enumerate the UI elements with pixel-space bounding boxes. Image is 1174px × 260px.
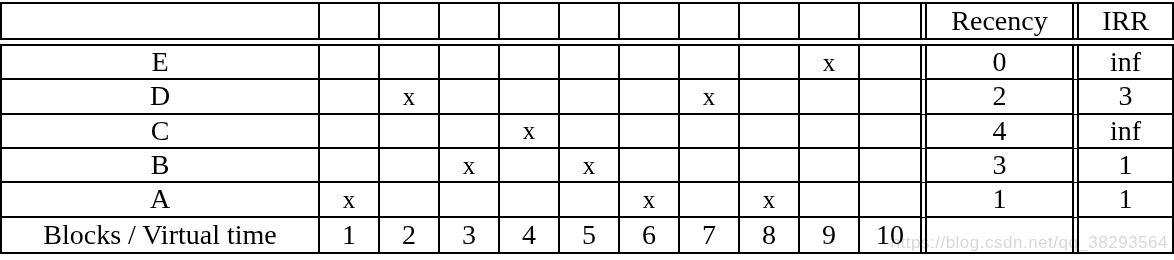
access-mark-B-t3: x — [463, 153, 476, 178]
axis-label-text: Blocks / Virtual time — [43, 221, 276, 249]
time-tick-5: 5 — [560, 218, 620, 252]
block-label-A: A — [2, 183, 320, 217]
header-time-cell-10 — [860, 4, 920, 38]
recency-value-D-text: 2 — [993, 82, 1007, 110]
irr-value-A-text: 1 — [1119, 185, 1133, 213]
recency-value-B: 3 — [920, 149, 1072, 183]
header-irr-cell: IRR — [1072, 4, 1172, 38]
irr-footer-cell — [1072, 218, 1172, 252]
irr-value-D: 3 — [1072, 80, 1172, 114]
cell-C-t3 — [440, 115, 500, 149]
header-time-cell-5 — [560, 4, 620, 38]
block-label-text-E: E — [151, 48, 168, 76]
time-tick-text-8: 8 — [762, 221, 776, 249]
block-label-text-D: D — [150, 82, 170, 110]
cell-B-t7 — [680, 149, 740, 183]
cell-A-t1-access: x — [320, 183, 380, 217]
cell-B-t2 — [380, 149, 440, 183]
header-time-cell-2 — [380, 4, 440, 38]
header-time-cell-8 — [740, 4, 800, 38]
time-tick-text-2: 2 — [402, 221, 416, 249]
irr-header-label: IRR — [1102, 7, 1149, 35]
header-time-cell-3 — [440, 4, 500, 38]
block-label-B: B — [2, 149, 320, 183]
header-strip: RecencyIRR — [0, 2, 1174, 40]
cell-A-t2 — [380, 183, 440, 217]
recency-footer-cell — [920, 218, 1072, 252]
block-label-text-B: B — [151, 151, 170, 179]
time-tick-text-1: 1 — [342, 221, 356, 249]
time-tick-10: 10 — [860, 218, 920, 252]
access-mark-D-t7: x — [703, 84, 716, 109]
cell-C-t10 — [860, 115, 920, 149]
header-time-cell-9 — [800, 4, 860, 38]
block-label-D: D — [2, 80, 320, 114]
recency-value-C: 4 — [920, 115, 1072, 149]
access-grid: Ex0infDxx23Cx4infBxx31Axxx11Blocks / Vir… — [0, 44, 1174, 254]
recency-header-label: Recency — [951, 7, 1047, 35]
access-mark-E-t9: x — [823, 50, 836, 75]
header-corner-cell — [2, 4, 320, 38]
block-access-figure: RecencyIRR Ex0infDxx23Cx4infBxx31Axxx11B… — [0, 0, 1174, 260]
time-tick-8: 8 — [740, 218, 800, 252]
cell-D-t4 — [500, 80, 560, 114]
time-tick-text-4: 4 — [522, 221, 536, 249]
cell-B-t10 — [860, 149, 920, 183]
cell-E-t9-access: x — [800, 46, 860, 80]
cell-E-t10 — [860, 46, 920, 80]
irr-value-C-text: inf — [1110, 117, 1141, 145]
time-tick-1: 1 — [320, 218, 380, 252]
cell-D-t7-access: x — [680, 80, 740, 114]
access-mark-D-t2: x — [403, 84, 416, 109]
header-time-cell-7 — [680, 4, 740, 38]
cell-E-t6 — [620, 46, 680, 80]
time-tick-text-10: 10 — [876, 221, 904, 249]
cell-C-t8 — [740, 115, 800, 149]
time-tick-text-9: 9 — [822, 221, 836, 249]
time-tick-3: 3 — [440, 218, 500, 252]
recency-value-E: 0 — [920, 46, 1072, 80]
cell-B-t6 — [620, 149, 680, 183]
axis-label-cell: Blocks / Virtual time — [2, 218, 320, 252]
cell-D-t2-access: x — [380, 80, 440, 114]
time-tick-text-6: 6 — [642, 221, 656, 249]
cell-B-t8 — [740, 149, 800, 183]
access-mark-A-t6: x — [643, 187, 656, 212]
block-label-E: E — [2, 46, 320, 80]
cell-C-t7 — [680, 115, 740, 149]
time-tick-6: 6 — [620, 218, 680, 252]
cell-C-t4-access: x — [500, 115, 560, 149]
cell-D-t5 — [560, 80, 620, 114]
recency-value-C-text: 4 — [993, 117, 1007, 145]
time-tick-text-5: 5 — [582, 221, 596, 249]
irr-value-E-text: inf — [1110, 48, 1141, 76]
cell-B-t4 — [500, 149, 560, 183]
recency-value-B-text: 3 — [993, 151, 1007, 179]
cell-E-t7 — [680, 46, 740, 80]
time-tick-2: 2 — [380, 218, 440, 252]
time-tick-text-3: 3 — [462, 221, 476, 249]
cell-D-t6 — [620, 80, 680, 114]
irr-value-B: 1 — [1072, 149, 1172, 183]
cell-D-t10 — [860, 80, 920, 114]
cell-D-t8 — [740, 80, 800, 114]
cell-A-t10 — [860, 183, 920, 217]
access-mark-B-t5: x — [583, 153, 596, 178]
block-label-text-C: C — [151, 117, 170, 145]
time-tick-7: 7 — [680, 218, 740, 252]
time-tick-text-7: 7 — [702, 221, 716, 249]
cell-E-t2 — [380, 46, 440, 80]
cell-A-t8-access: x — [740, 183, 800, 217]
cell-C-t9 — [800, 115, 860, 149]
access-mark-A-t1: x — [343, 187, 356, 212]
irr-value-D-text: 3 — [1119, 82, 1133, 110]
cell-E-t3 — [440, 46, 500, 80]
recency-value-E-text: 0 — [993, 48, 1007, 76]
cell-A-t5 — [560, 183, 620, 217]
cell-B-t3-access: x — [440, 149, 500, 183]
cell-C-t2 — [380, 115, 440, 149]
cell-B-t9 — [800, 149, 860, 183]
header-time-cell-4 — [500, 4, 560, 38]
cell-C-t6 — [620, 115, 680, 149]
block-label-C: C — [2, 115, 320, 149]
cell-A-t4 — [500, 183, 560, 217]
recency-value-D: 2 — [920, 80, 1072, 114]
cell-A-t3 — [440, 183, 500, 217]
time-tick-4: 4 — [500, 218, 560, 252]
cell-D-t9 — [800, 80, 860, 114]
recency-value-A-text: 1 — [993, 185, 1007, 213]
cell-A-t9 — [800, 183, 860, 217]
cell-C-t5 — [560, 115, 620, 149]
cell-B-t5-access: x — [560, 149, 620, 183]
time-tick-9: 9 — [800, 218, 860, 252]
header-time-cell-1 — [320, 4, 380, 38]
irr-value-C: inf — [1072, 115, 1172, 149]
header-recency-cell: Recency — [920, 4, 1072, 38]
cell-D-t1 — [320, 80, 380, 114]
cell-D-t3 — [440, 80, 500, 114]
cell-E-t5 — [560, 46, 620, 80]
access-mark-A-t8: x — [763, 187, 776, 212]
cell-C-t1 — [320, 115, 380, 149]
access-mark-C-t4: x — [523, 118, 536, 143]
cell-A-t6-access: x — [620, 183, 680, 217]
cell-B-t1 — [320, 149, 380, 183]
cell-E-t4 — [500, 46, 560, 80]
recency-value-A: 1 — [920, 183, 1072, 217]
irr-value-A: 1 — [1072, 183, 1172, 217]
cell-E-t1 — [320, 46, 380, 80]
block-label-text-A: A — [150, 185, 170, 213]
header-time-cell-6 — [620, 4, 680, 38]
irr-value-E: inf — [1072, 46, 1172, 80]
cell-A-t7 — [680, 183, 740, 217]
irr-value-B-text: 1 — [1119, 151, 1133, 179]
cell-E-t8 — [740, 46, 800, 80]
